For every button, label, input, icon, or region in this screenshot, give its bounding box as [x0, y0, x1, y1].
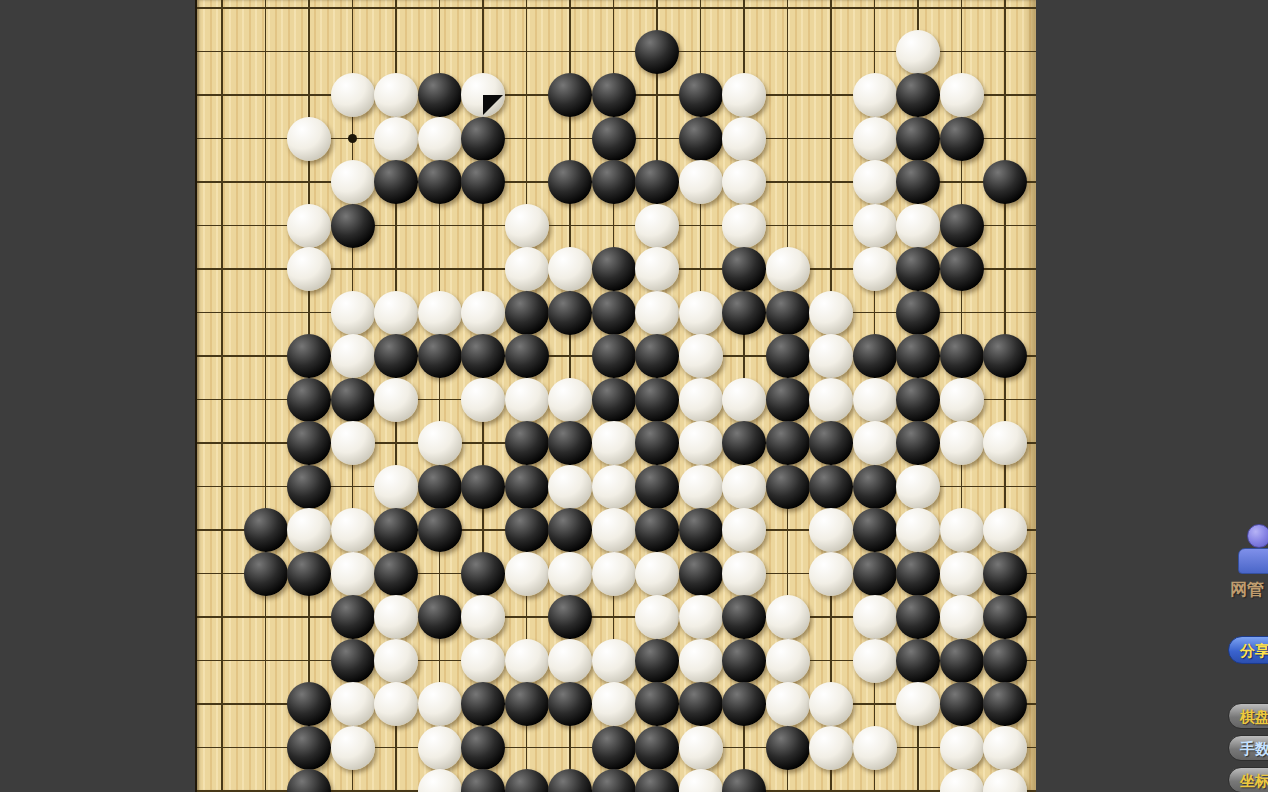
white-stone [505, 639, 549, 683]
black-stone [679, 552, 723, 596]
black-stone [418, 73, 462, 117]
black-stone [722, 291, 766, 335]
white-stone [548, 465, 592, 509]
black-stone [461, 334, 505, 378]
black-stone [635, 639, 679, 683]
white-stone [853, 160, 897, 204]
black-stone [983, 639, 1027, 683]
white-stone [940, 378, 984, 422]
black-stone [592, 291, 636, 335]
black-stone [461, 160, 505, 204]
black-stone [635, 769, 679, 792]
white-stone [853, 73, 897, 117]
black-stone [896, 73, 940, 117]
black-stone [635, 465, 679, 509]
person-icon [1238, 524, 1268, 574]
white-stone [809, 291, 853, 335]
white-stone [809, 334, 853, 378]
white-stone [722, 73, 766, 117]
white-stone [418, 117, 462, 161]
white-stone [722, 117, 766, 161]
white-stone [853, 726, 897, 770]
black-stone [679, 682, 723, 726]
black-stone [287, 421, 331, 465]
black-stone [592, 160, 636, 204]
black-stone [896, 160, 940, 204]
white-stone [679, 595, 723, 639]
white-stone [374, 682, 418, 726]
white-stone [940, 73, 984, 117]
black-stone [635, 421, 679, 465]
white-stone [853, 204, 897, 248]
black-stone [722, 595, 766, 639]
black-stone [896, 595, 940, 639]
white-stone [853, 595, 897, 639]
white-stone [418, 769, 462, 792]
white-stone [722, 508, 766, 552]
black-stone [331, 639, 375, 683]
black-stone [722, 421, 766, 465]
white-stone [374, 378, 418, 422]
board-button[interactable]: 棋盘 [1228, 703, 1268, 729]
grid-line-vertical [265, 0, 267, 792]
white-stone [679, 334, 723, 378]
person-icon-body [1238, 548, 1268, 574]
net-admin-button[interactable]: 网管 [1234, 524, 1268, 601]
black-stone [548, 682, 592, 726]
side-panel: 网管 分享 棋盘 手数 坐标 [1036, 0, 1268, 792]
white-stone [940, 769, 984, 792]
black-stone [505, 769, 549, 792]
black-stone [374, 334, 418, 378]
black-stone [505, 334, 549, 378]
white-stone [983, 508, 1027, 552]
white-stone [418, 682, 462, 726]
person-icon-head [1247, 524, 1268, 548]
black-stone [896, 117, 940, 161]
black-stone [983, 334, 1027, 378]
black-stone [461, 552, 505, 596]
white-stone [722, 160, 766, 204]
black-stone [505, 291, 549, 335]
black-stone [983, 595, 1027, 639]
black-stone [679, 117, 723, 161]
white-stone [722, 552, 766, 596]
black-stone [940, 334, 984, 378]
white-stone [374, 465, 418, 509]
black-stone [635, 334, 679, 378]
black-stone [505, 465, 549, 509]
black-stone [853, 508, 897, 552]
white-stone [635, 291, 679, 335]
white-stone [940, 595, 984, 639]
black-stone [940, 117, 984, 161]
white-stone [548, 247, 592, 291]
black-stone [766, 291, 810, 335]
white-stone [592, 682, 636, 726]
black-stone [766, 334, 810, 378]
white-stone [461, 595, 505, 639]
black-stone [766, 465, 810, 509]
black-stone [896, 639, 940, 683]
white-stone [896, 204, 940, 248]
white-stone [679, 769, 723, 792]
white-stone [331, 334, 375, 378]
white-stone [940, 552, 984, 596]
black-stone [722, 682, 766, 726]
black-stone [896, 291, 940, 335]
white-stone [853, 421, 897, 465]
black-stone [592, 769, 636, 792]
white-stone [548, 552, 592, 596]
black-stone [287, 726, 331, 770]
black-stone [287, 378, 331, 422]
black-stone [592, 378, 636, 422]
white-stone [940, 421, 984, 465]
black-stone [940, 639, 984, 683]
black-stone [983, 160, 1027, 204]
white-stone [461, 291, 505, 335]
white-stone [461, 639, 505, 683]
white-stone [766, 639, 810, 683]
white-stone [374, 73, 418, 117]
share-button[interactable]: 分享 [1228, 636, 1268, 664]
black-stone [287, 552, 331, 596]
white-stone [418, 421, 462, 465]
black-stone [592, 726, 636, 770]
white-stone [853, 639, 897, 683]
black-stone [896, 247, 940, 291]
black-stone [853, 552, 897, 596]
white-stone [766, 247, 810, 291]
black-stone [940, 204, 984, 248]
white-stone [722, 378, 766, 422]
white-stone [679, 378, 723, 422]
white-stone [287, 508, 331, 552]
black-stone [592, 73, 636, 117]
coords-button[interactable]: 坐标 [1228, 767, 1268, 792]
black-stone [809, 421, 853, 465]
black-stone [505, 421, 549, 465]
black-stone [548, 421, 592, 465]
black-stone [461, 769, 505, 792]
white-stone [331, 682, 375, 726]
white-stone [374, 117, 418, 161]
white-stone [331, 73, 375, 117]
black-stone [940, 247, 984, 291]
black-stone [635, 508, 679, 552]
white-stone [722, 465, 766, 509]
white-stone [679, 291, 723, 335]
white-stone [896, 465, 940, 509]
black-stone [983, 682, 1027, 726]
black-stone [461, 117, 505, 161]
black-stone [287, 682, 331, 726]
white-stone [983, 769, 1027, 792]
white-stone [809, 508, 853, 552]
black-stone [505, 682, 549, 726]
black-stone [374, 552, 418, 596]
moves-button[interactable]: 手数 [1228, 735, 1268, 761]
white-stone [331, 291, 375, 335]
black-stone [766, 378, 810, 422]
black-stone [853, 334, 897, 378]
white-stone [331, 508, 375, 552]
black-stone [418, 160, 462, 204]
black-stone [331, 204, 375, 248]
white-stone [548, 378, 592, 422]
black-stone [679, 73, 723, 117]
white-stone [418, 726, 462, 770]
black-stone [896, 334, 940, 378]
white-stone [374, 291, 418, 335]
white-stone [679, 639, 723, 683]
black-stone [418, 465, 462, 509]
black-stone [548, 769, 592, 792]
black-stone [244, 552, 288, 596]
black-stone [548, 291, 592, 335]
black-stone [331, 378, 375, 422]
white-stone [331, 552, 375, 596]
white-stone [331, 726, 375, 770]
white-stone [722, 204, 766, 248]
grid-line-vertical [221, 0, 223, 792]
white-stone [635, 247, 679, 291]
white-stone [287, 247, 331, 291]
white-stone [548, 639, 592, 683]
black-stone [635, 30, 679, 74]
black-stone [853, 465, 897, 509]
black-stone [592, 247, 636, 291]
black-stone [635, 378, 679, 422]
white-stone [287, 204, 331, 248]
black-stone [461, 465, 505, 509]
black-stone [418, 595, 462, 639]
white-stone [853, 378, 897, 422]
black-stone [766, 421, 810, 465]
black-stone [418, 508, 462, 552]
white-stone [853, 117, 897, 161]
black-stone [287, 769, 331, 792]
white-stone [896, 508, 940, 552]
white-stone [983, 726, 1027, 770]
white-stone [592, 421, 636, 465]
white-stone [679, 726, 723, 770]
white-stone [679, 465, 723, 509]
black-stone [287, 465, 331, 509]
white-stone [679, 160, 723, 204]
white-stone [635, 552, 679, 596]
go-app-window: { "game": "go", "board": { "size": 19, "… [0, 0, 1268, 792]
white-stone [418, 291, 462, 335]
white-stone [853, 247, 897, 291]
black-stone [331, 595, 375, 639]
grid-line-horizontal [197, 7, 1038, 9]
white-stone [592, 465, 636, 509]
white-stone [635, 204, 679, 248]
white-stone [896, 682, 940, 726]
black-stone [722, 639, 766, 683]
white-stone [940, 726, 984, 770]
star-point [348, 134, 357, 143]
black-stone [635, 682, 679, 726]
white-stone [331, 160, 375, 204]
black-stone [548, 160, 592, 204]
white-stone [287, 117, 331, 161]
black-stone [722, 247, 766, 291]
white-stone [635, 595, 679, 639]
black-stone [983, 552, 1027, 596]
black-stone [896, 378, 940, 422]
black-stone [418, 334, 462, 378]
black-stone [809, 465, 853, 509]
net-admin-label: 网管 [1230, 578, 1268, 601]
white-stone [331, 421, 375, 465]
white-stone [809, 378, 853, 422]
white-stone [809, 682, 853, 726]
white-stone [592, 639, 636, 683]
black-stone [548, 595, 592, 639]
white-stone [505, 204, 549, 248]
white-stone [809, 552, 853, 596]
black-stone [722, 769, 766, 792]
black-stone [592, 117, 636, 161]
black-stone [679, 508, 723, 552]
white-stone [461, 378, 505, 422]
black-stone [592, 334, 636, 378]
white-stone [592, 508, 636, 552]
black-stone [896, 552, 940, 596]
black-stone [635, 160, 679, 204]
white-stone [505, 378, 549, 422]
black-stone [374, 508, 418, 552]
white-stone [592, 552, 636, 596]
black-stone [896, 421, 940, 465]
white-stone [505, 247, 549, 291]
last-move-triangle-marker [483, 95, 503, 115]
go-board[interactable] [195, 0, 1038, 792]
black-stone [244, 508, 288, 552]
black-stone [374, 160, 418, 204]
white-stone [374, 595, 418, 639]
white-stone [766, 595, 810, 639]
black-stone [287, 334, 331, 378]
white-stone [374, 639, 418, 683]
black-stone [461, 682, 505, 726]
white-stone [983, 421, 1027, 465]
black-stone [766, 726, 810, 770]
black-stone [940, 682, 984, 726]
white-stone [940, 508, 984, 552]
black-stone [635, 726, 679, 770]
white-stone [505, 552, 549, 596]
white-stone [766, 682, 810, 726]
white-stone [679, 421, 723, 465]
white-stone [809, 726, 853, 770]
black-stone [548, 73, 592, 117]
black-stone [548, 508, 592, 552]
black-stone [461, 726, 505, 770]
white-stone [896, 30, 940, 74]
black-stone [505, 508, 549, 552]
